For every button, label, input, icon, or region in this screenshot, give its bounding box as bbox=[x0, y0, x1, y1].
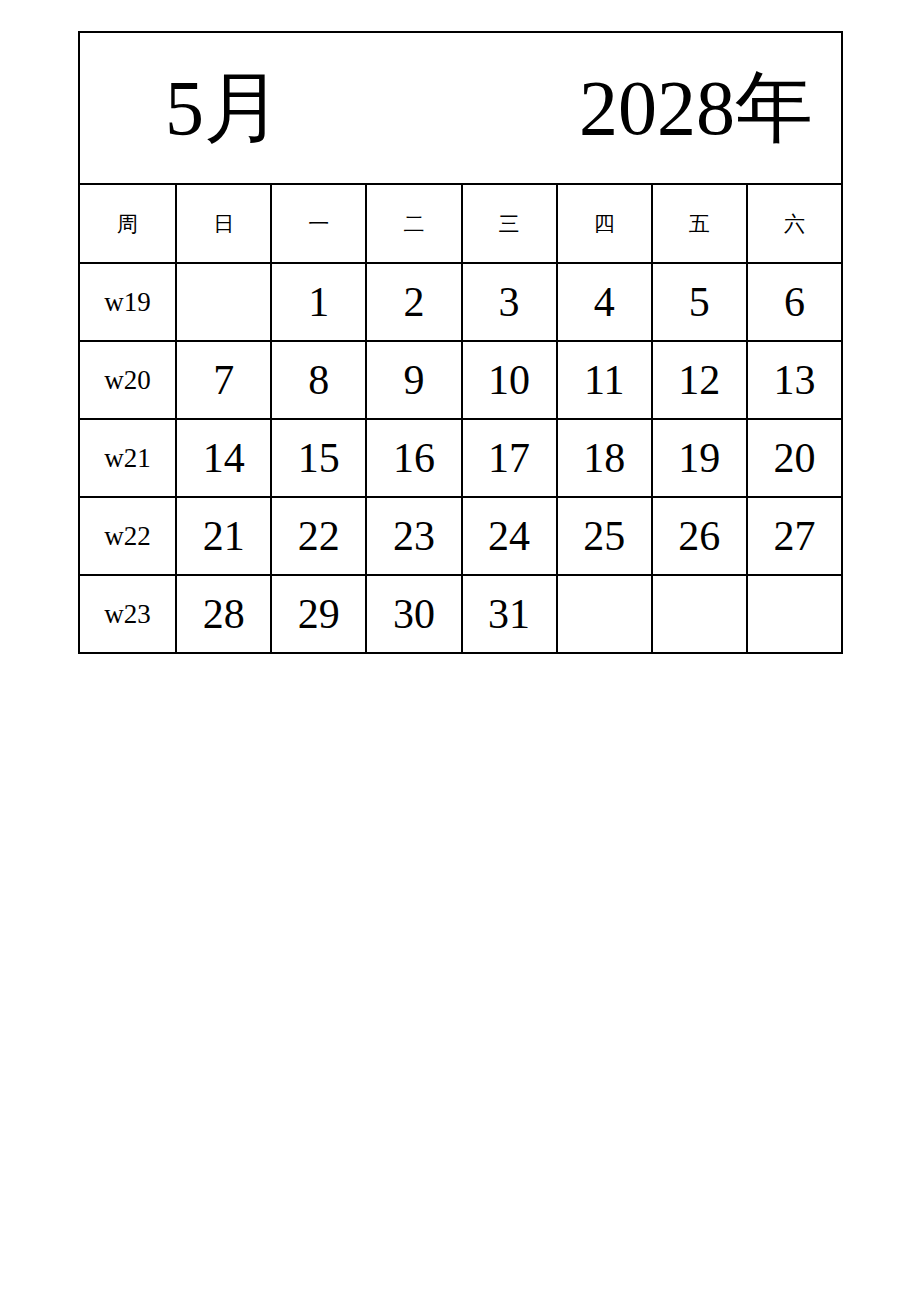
day-cell-13: 13 bbox=[746, 340, 841, 418]
day-cell-1: 1 bbox=[270, 262, 365, 340]
day-cell-3: 3 bbox=[461, 262, 556, 340]
day-cell-16: 16 bbox=[365, 418, 460, 496]
day-cell-9: 9 bbox=[365, 340, 460, 418]
month-title: 5月 bbox=[165, 69, 282, 147]
day-cell-5: 5 bbox=[651, 262, 746, 340]
day-cell-21: 21 bbox=[175, 496, 270, 574]
day-cell-empty-r4c5 bbox=[651, 574, 746, 652]
day-cell-30: 30 bbox=[365, 574, 460, 652]
weekday-header-5: 四 bbox=[556, 185, 651, 262]
day-cell-8: 8 bbox=[270, 340, 365, 418]
calendar-grid: 周日一二三四五六w19123456w2078910111213w21141516… bbox=[78, 183, 843, 654]
weekday-header-4: 三 bbox=[461, 185, 556, 262]
year-title: 2028年 bbox=[579, 69, 813, 147]
day-cell-31: 31 bbox=[461, 574, 556, 652]
week-number-w22: w22 bbox=[80, 496, 175, 574]
weekday-header-1: 日 bbox=[175, 185, 270, 262]
day-cell-26: 26 bbox=[651, 496, 746, 574]
calendar-title-box: 5月 2028年 bbox=[78, 31, 843, 185]
week-number-w23: w23 bbox=[80, 574, 175, 652]
day-cell-25: 25 bbox=[556, 496, 651, 574]
day-cell-10: 10 bbox=[461, 340, 556, 418]
day-cell-11: 11 bbox=[556, 340, 651, 418]
day-cell-14: 14 bbox=[175, 418, 270, 496]
week-number-w20: w20 bbox=[80, 340, 175, 418]
day-cell-empty-r4c4 bbox=[556, 574, 651, 652]
week-number-w21: w21 bbox=[80, 418, 175, 496]
day-cell-18: 18 bbox=[556, 418, 651, 496]
week-number-w19: w19 bbox=[80, 262, 175, 340]
day-cell-27: 27 bbox=[746, 496, 841, 574]
day-cell-29: 29 bbox=[270, 574, 365, 652]
day-cell-4: 4 bbox=[556, 262, 651, 340]
day-cell-15: 15 bbox=[270, 418, 365, 496]
day-cell-7: 7 bbox=[175, 340, 270, 418]
weekday-header-0: 周 bbox=[80, 185, 175, 262]
day-cell-19: 19 bbox=[651, 418, 746, 496]
day-cell-28: 28 bbox=[175, 574, 270, 652]
day-cell-20: 20 bbox=[746, 418, 841, 496]
day-cell-empty-r0c0 bbox=[175, 262, 270, 340]
weekday-header-3: 二 bbox=[365, 185, 460, 262]
weekday-header-6: 五 bbox=[651, 185, 746, 262]
weekday-header-7: 六 bbox=[746, 185, 841, 262]
day-cell-17: 17 bbox=[461, 418, 556, 496]
day-cell-empty-r4c6 bbox=[746, 574, 841, 652]
weekday-header-2: 一 bbox=[270, 185, 365, 262]
day-cell-6: 6 bbox=[746, 262, 841, 340]
calendar-page: 5月 2028年 周日一二三四五六w19123456w2078910111213… bbox=[0, 0, 920, 1302]
day-cell-12: 12 bbox=[651, 340, 746, 418]
day-cell-23: 23 bbox=[365, 496, 460, 574]
day-cell-2: 2 bbox=[365, 262, 460, 340]
day-cell-24: 24 bbox=[461, 496, 556, 574]
day-cell-22: 22 bbox=[270, 496, 365, 574]
